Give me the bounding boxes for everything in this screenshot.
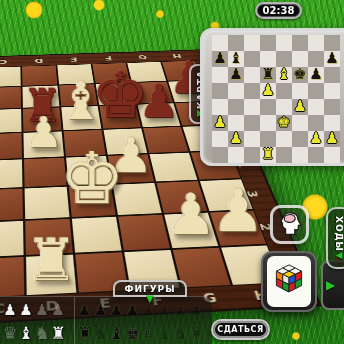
board-cell-c1[interactable] xyxy=(0,256,26,299)
board-cell-e8[interactable] xyxy=(56,64,94,85)
board-cell-c8[interactable] xyxy=(0,66,22,87)
minimap-cell xyxy=(212,67,228,83)
board-cell-f6[interactable] xyxy=(98,104,142,129)
minimap-cell xyxy=(292,147,308,163)
black-pawn-row: ♟♟♟♟♟♟♟♟ xyxy=(77,301,210,319)
tray-black-p-onboard: ♟ xyxy=(125,301,141,319)
tray-white-p-captured: ♟ xyxy=(50,301,66,319)
moves-arrow-icon: ◀ xyxy=(336,251,343,260)
tray-black-k-onboard: ♚ xyxy=(125,324,141,342)
minimap-piece-white-r: ♜ xyxy=(260,146,276,162)
tab-moves[interactable]: ХОДЫ ◀ xyxy=(326,207,344,269)
rank-label-3: 3 xyxy=(237,188,269,200)
surrender-label: СДАТЬСЯ xyxy=(217,325,263,334)
minimap-piece-white-p: ♟ xyxy=(212,114,228,130)
white-major-row: ♛♝♞♜ xyxy=(2,324,72,342)
tray-white-p-onboard: ♟ xyxy=(2,301,18,319)
minimap-cell xyxy=(324,99,340,115)
minimap-cell xyxy=(260,99,276,115)
minimap-cell xyxy=(244,83,260,99)
minimap-piece-black-b: ♝ xyxy=(228,50,244,66)
board-cell-d3[interactable] xyxy=(23,186,70,220)
board-cell-d5[interactable] xyxy=(22,131,65,159)
minimap-cell xyxy=(324,83,340,99)
minimap-piece-white-p: ♟ xyxy=(292,98,308,114)
pieces-arrow-icon: ▼ xyxy=(146,294,154,303)
game-stage: AABBCCDDEEFFGGHH87654321 ♟♝♟♟♜♝♚♟♟♟♟♚♟♟♟… xyxy=(0,0,344,344)
board-cell-c7[interactable] xyxy=(0,86,22,109)
minimap-board: ♟♟♝♟♟♜♟♜♝♚♚♟♟♟♟♟ xyxy=(212,35,340,163)
captured-pieces-panel: ♟♟♟♟ ♛♝♞♜ ♟♟♟♟♟♟♟♟ ♜♞♝♚♛♝♞♜ xyxy=(0,296,212,344)
tray-black-p-captured: ♟ xyxy=(189,301,205,319)
tray-black-n-captured: ♞ xyxy=(93,324,109,342)
minimap-cell xyxy=(228,147,244,163)
minimap-cell xyxy=(292,35,308,51)
minimap-cell xyxy=(308,83,324,99)
minimap-piece-white-b: ♝ xyxy=(276,66,292,82)
white-pawn-row: ♟♟♟♟ xyxy=(2,301,72,319)
file-label-far-d: D xyxy=(21,57,56,65)
file-label-far-g: G xyxy=(124,53,160,61)
game-timer: 02:38 xyxy=(255,2,302,19)
minimap-piece-white-k: ♚ xyxy=(276,114,292,130)
board-cell-d2[interactable] xyxy=(24,218,74,256)
minimap-cell xyxy=(276,83,292,99)
board-cell-e6[interactable] xyxy=(60,105,102,130)
minimap-cell xyxy=(276,147,292,163)
tray-white-r-onboard: ♜ xyxy=(50,324,66,342)
minimap-cell xyxy=(308,99,324,115)
minimap-cell xyxy=(212,147,228,163)
board-cell-c2[interactable] xyxy=(0,220,25,258)
minimap-cell xyxy=(276,35,292,51)
tray-white-p-onboard: ♟ xyxy=(18,301,34,319)
tab-moves-label: ХОДЫ xyxy=(334,216,344,252)
board-cell-d6[interactable] xyxy=(22,107,63,132)
minimap-piece-black-p: ♟ xyxy=(228,66,244,82)
board-cell-e2[interactable] xyxy=(71,216,123,254)
minimap-cell xyxy=(324,147,340,163)
tray-black-b-captured: ♝ xyxy=(157,324,173,342)
tray-white-b-onboard: ♝ xyxy=(18,324,34,342)
board-cell-d7[interactable] xyxy=(22,85,61,108)
minimap-piece-white-p: ♟ xyxy=(228,130,244,146)
side-arrow-icon: ▶ xyxy=(326,281,335,290)
minimap-cell xyxy=(244,131,260,147)
black-pieces-tray: ♟♟♟♟♟♟♟♟ ♜♞♝♚♛♝♞♜ xyxy=(75,297,212,344)
minimap-cell xyxy=(324,67,340,83)
board-cell-f7[interactable] xyxy=(95,82,137,105)
white-pieces-tray: ♟♟♟♟ ♛♝♞♜ xyxy=(0,297,75,344)
hint-button[interactable] xyxy=(270,205,309,244)
minimap-cell xyxy=(228,83,244,99)
minimap-piece-black-k: ♚ xyxy=(292,66,308,82)
minimap-cell xyxy=(244,51,260,67)
minimap-cell xyxy=(244,99,260,115)
tray-black-p-onboard: ♟ xyxy=(93,301,109,319)
file-label-far-c: C xyxy=(0,58,21,66)
tray-white-n-captured: ♞ xyxy=(34,324,50,342)
minimap-cell xyxy=(276,131,292,147)
minimap-cell xyxy=(244,115,260,131)
brain-head-icon xyxy=(276,209,304,241)
minimap-cell xyxy=(260,35,276,51)
minimap-piece-white-p: ♟ xyxy=(260,82,276,98)
board-cell-d1[interactable] xyxy=(25,254,78,297)
tray-black-q-captured: ♛ xyxy=(141,324,157,342)
board-cell-c3[interactable] xyxy=(0,188,24,222)
minimap-piece-black-r: ♜ xyxy=(260,66,276,82)
tray-black-p-onboard: ♟ xyxy=(77,301,93,319)
tab-pieces-label: ФИГУРЫ xyxy=(124,284,175,294)
minimap-piece-white-p: ♟ xyxy=(308,130,324,146)
minimap-cell xyxy=(244,35,260,51)
rubiks-cube-icon xyxy=(267,256,311,307)
minimap-cell xyxy=(292,115,308,131)
minimap-cell xyxy=(212,83,228,99)
minimap-cell xyxy=(308,35,324,51)
board-cell-f4[interactable] xyxy=(107,154,155,184)
puzzle-button[interactable] xyxy=(261,251,317,312)
tray-white-q-captured: ♛ xyxy=(2,324,18,342)
board-cell-f3[interactable] xyxy=(112,182,163,216)
board-cell-f5[interactable] xyxy=(102,128,148,156)
board-cell-e5[interactable] xyxy=(63,129,107,157)
minimap-cell xyxy=(244,67,260,83)
board-cell-d4[interactable] xyxy=(23,157,68,188)
board-cell-c5[interactable] xyxy=(0,132,23,160)
minimap-panel: ♟♟♝♟♟♜♟♜♝♚♚♟♟♟♟♟ xyxy=(200,28,344,166)
board-cell-c4[interactable] xyxy=(0,159,23,190)
timer-value: 02:38 xyxy=(263,5,295,16)
tray-black-b-onboard: ♝ xyxy=(109,324,125,342)
minimap-piece-white-p: ♟ xyxy=(324,130,340,146)
tray-white-p-captured: ♟ xyxy=(34,301,50,319)
board-cell-e4[interactable] xyxy=(65,155,112,186)
minimap-cell xyxy=(292,131,308,147)
tray-black-r-onboard: ♜ xyxy=(77,324,93,342)
tray-black-p-captured: ♟ xyxy=(157,301,173,319)
board-cell-e7[interactable] xyxy=(58,84,98,107)
board-cell-c6[interactable] xyxy=(0,108,22,134)
file-label-far-f: F xyxy=(90,55,126,63)
file-label-far-h: H xyxy=(158,52,195,60)
minimap-cell xyxy=(244,147,260,163)
minimap-piece-black-p: ♟ xyxy=(324,50,340,66)
board-cell-f8[interactable] xyxy=(91,63,131,84)
black-major-row: ♜♞♝♚♛♝♞♜ xyxy=(77,324,210,342)
minimap-cell xyxy=(308,147,324,163)
tray-black-n-captured: ♞ xyxy=(173,324,189,342)
board-cell-d8[interactable] xyxy=(21,65,58,86)
board-cell-e3[interactable] xyxy=(68,184,117,218)
board-cell-f2[interactable] xyxy=(117,214,171,251)
minimap-cell xyxy=(228,99,244,115)
minimap-piece-black-p: ♟ xyxy=(212,50,228,66)
tray-black-p-captured: ♟ xyxy=(173,301,189,319)
minimap-cell xyxy=(212,131,228,147)
minimap-piece-black-p: ♟ xyxy=(308,66,324,82)
file-label-far-e: E xyxy=(56,56,92,64)
surrender-button[interactable]: СДАТЬСЯ xyxy=(211,319,270,340)
tray-black-p-onboard: ♟ xyxy=(109,301,125,319)
minimap-cell xyxy=(260,115,276,131)
tray-black-r-captured: ♜ xyxy=(189,324,205,342)
